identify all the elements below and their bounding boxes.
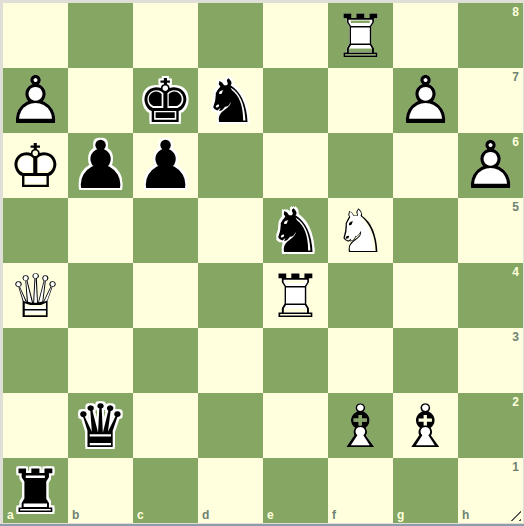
- white-pawn-a7-piece[interactable]: ♟♙: [3, 68, 68, 133]
- square-f2[interactable]: ♝♗: [328, 393, 393, 458]
- square-c2[interactable]: [133, 393, 198, 458]
- square-a6[interactable]: ♚♔: [3, 133, 68, 198]
- white-piece-outline: ♖: [328, 3, 393, 68]
- square-e7[interactable]: [263, 68, 328, 133]
- file-label-g: g: [397, 509, 404, 521]
- white-piece-outline: ♘: [328, 198, 393, 263]
- square-g3[interactable]: [393, 328, 458, 393]
- square-d8[interactable]: [198, 3, 263, 68]
- square-a2[interactable]: [3, 393, 68, 458]
- square-g4[interactable]: [393, 263, 458, 328]
- square-d1[interactable]: d: [198, 458, 263, 523]
- rank-label-7: 7: [512, 71, 519, 83]
- square-e1[interactable]: e: [263, 458, 328, 523]
- square-g7[interactable]: ♟♙: [393, 68, 458, 133]
- white-piece-outline: ♕: [3, 263, 68, 328]
- rank-label-4: 4: [512, 266, 519, 278]
- square-h3[interactable]: 3: [458, 328, 523, 393]
- file-label-h: h: [462, 509, 469, 521]
- rank-label-5: 5: [512, 201, 519, 213]
- file-label-f: f: [332, 509, 336, 521]
- square-e4[interactable]: ♜♖: [263, 263, 328, 328]
- square-h5[interactable]: 5: [458, 198, 523, 263]
- black-king-c7-piece[interactable]: ♚: [133, 68, 198, 133]
- square-f3[interactable]: [328, 328, 393, 393]
- white-rook-e4-piece[interactable]: ♜♖: [263, 263, 328, 328]
- square-e8[interactable]: [263, 3, 328, 68]
- square-d4[interactable]: [198, 263, 263, 328]
- square-h1[interactable]: 1h: [458, 458, 523, 523]
- square-f6[interactable]: [328, 133, 393, 198]
- square-g2[interactable]: ♝♗: [393, 393, 458, 458]
- square-d7[interactable]: ♞: [198, 68, 263, 133]
- white-piece-outline: ♙: [458, 133, 523, 198]
- square-g5[interactable]: [393, 198, 458, 263]
- file-label-c: c: [137, 509, 144, 521]
- white-piece-outline: ♖: [263, 263, 328, 328]
- square-c7[interactable]: ♚: [133, 68, 198, 133]
- square-c5[interactable]: [133, 198, 198, 263]
- white-piece-outline: ♔: [3, 133, 68, 198]
- square-f8[interactable]: ♜♖: [328, 3, 393, 68]
- rank-label-8: 8: [512, 6, 519, 18]
- square-g1[interactable]: g: [393, 458, 458, 523]
- square-a4[interactable]: ♛♕: [3, 263, 68, 328]
- rank-label-3: 3: [512, 331, 519, 343]
- black-knight-e5-piece[interactable]: ♞: [263, 198, 328, 263]
- file-label-b: b: [72, 509, 79, 521]
- black-rook-a1-piece[interactable]: ♜: [3, 458, 68, 523]
- square-h4[interactable]: 4: [458, 263, 523, 328]
- square-h2[interactable]: 2: [458, 393, 523, 458]
- white-rook-f8-piece[interactable]: ♜♖: [328, 3, 393, 68]
- black-pawn-c6-piece[interactable]: ♟: [133, 133, 198, 198]
- square-f1[interactable]: f: [328, 458, 393, 523]
- board-frame: ♜♖8♟♙♚♞♟♙7♚♔♟♟6♟♙♞♞♘5♛♕♜♖43♛♝♗♝♗2a♜bcdef…: [0, 0, 524, 526]
- square-f7[interactable]: [328, 68, 393, 133]
- white-king-a6-piece[interactable]: ♚♔: [3, 133, 68, 198]
- square-d2[interactable]: [198, 393, 263, 458]
- square-h8[interactable]: 8: [458, 3, 523, 68]
- chess-board: ♜♖8♟♙♚♞♟♙7♚♔♟♟6♟♙♞♞♘5♛♕♜♖43♛♝♗♝♗2a♜bcdef…: [3, 3, 523, 523]
- square-g6[interactable]: [393, 133, 458, 198]
- white-pawn-g7-piece[interactable]: ♟♙: [393, 68, 458, 133]
- square-e5[interactable]: ♞: [263, 198, 328, 263]
- square-b8[interactable]: [68, 3, 133, 68]
- white-piece-outline: ♗: [393, 393, 458, 458]
- white-piece-outline: ♗: [328, 393, 393, 458]
- file-label-e: e: [267, 509, 274, 521]
- square-h7[interactable]: 7: [458, 68, 523, 133]
- square-c3[interactable]: [133, 328, 198, 393]
- square-g8[interactable]: [393, 3, 458, 68]
- square-d6[interactable]: [198, 133, 263, 198]
- square-b5[interactable]: [68, 198, 133, 263]
- black-queen-b2-piece[interactable]: ♛: [68, 393, 133, 458]
- square-b1[interactable]: b: [68, 458, 133, 523]
- square-a1[interactable]: a♜: [3, 458, 68, 523]
- square-b2[interactable]: ♛: [68, 393, 133, 458]
- white-piece-outline: ♙: [3, 68, 68, 133]
- square-e6[interactable]: [263, 133, 328, 198]
- square-f5[interactable]: ♞♘: [328, 198, 393, 263]
- square-a8[interactable]: [3, 3, 68, 68]
- square-a5[interactable]: [3, 198, 68, 263]
- square-b6[interactable]: ♟: [68, 133, 133, 198]
- square-c8[interactable]: [133, 3, 198, 68]
- white-queen-a4-piece[interactable]: ♛♕: [3, 263, 68, 328]
- rank-label-1: 1: [512, 461, 519, 473]
- square-e2[interactable]: [263, 393, 328, 458]
- square-b7[interactable]: [68, 68, 133, 133]
- square-c6[interactable]: ♟: [133, 133, 198, 198]
- black-knight-d7-piece[interactable]: ♞: [198, 68, 263, 133]
- rank-label-2: 2: [512, 396, 519, 408]
- white-piece-outline: ♙: [393, 68, 458, 133]
- square-a7[interactable]: ♟♙: [3, 68, 68, 133]
- square-h6[interactable]: 6♟♙: [458, 133, 523, 198]
- square-b3[interactable]: [68, 328, 133, 393]
- square-e3[interactable]: [263, 328, 328, 393]
- square-d5[interactable]: [198, 198, 263, 263]
- square-c4[interactable]: [133, 263, 198, 328]
- square-f4[interactable]: [328, 263, 393, 328]
- white-pawn-h6-piece[interactable]: ♟♙: [458, 133, 523, 198]
- white-bishop-g2-piece[interactable]: ♝♗: [393, 393, 458, 458]
- black-pawn-b6-piece[interactable]: ♟: [68, 133, 133, 198]
- white-knight-f5-piece[interactable]: ♞♘: [328, 198, 393, 263]
- square-d3[interactable]: [198, 328, 263, 393]
- square-b4[interactable]: [68, 263, 133, 328]
- file-label-d: d: [202, 509, 209, 521]
- square-a3[interactable]: [3, 328, 68, 393]
- square-c1[interactable]: c: [133, 458, 198, 523]
- white-bishop-f2-piece[interactable]: ♝♗: [328, 393, 393, 458]
